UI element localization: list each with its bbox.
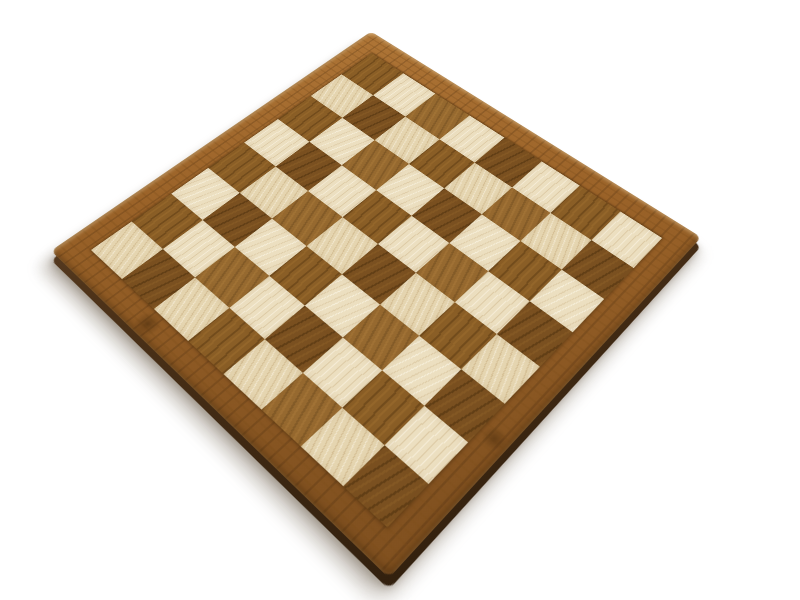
chessboard-frame bbox=[51, 32, 701, 578]
photo-canvas bbox=[0, 0, 800, 600]
board-grid bbox=[91, 53, 662, 527]
